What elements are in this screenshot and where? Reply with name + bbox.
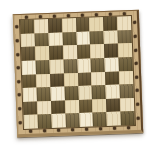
frame-pin bbox=[122, 12, 125, 15]
board-square bbox=[50, 87, 64, 101]
board-square bbox=[48, 32, 62, 46]
board-square bbox=[21, 47, 35, 61]
board-square bbox=[93, 112, 107, 126]
frame-pin bbox=[135, 76, 138, 79]
board-square bbox=[104, 44, 118, 58]
board-square bbox=[91, 72, 105, 86]
board-square bbox=[23, 115, 37, 129]
board-square bbox=[34, 19, 48, 33]
board-square bbox=[105, 71, 119, 85]
board-square bbox=[121, 111, 135, 125]
frame-pin bbox=[29, 130, 32, 133]
frame-pin bbox=[53, 15, 56, 18]
board-square bbox=[106, 98, 120, 112]
frame-pin bbox=[25, 16, 28, 19]
frame-pin bbox=[18, 94, 21, 97]
board-square bbox=[22, 74, 36, 88]
frame-pin bbox=[15, 25, 18, 28]
board-square bbox=[78, 86, 92, 100]
board-square bbox=[36, 74, 50, 88]
frame-pin bbox=[85, 128, 88, 131]
board-square bbox=[34, 33, 48, 47]
frame-pin bbox=[57, 129, 60, 132]
board-square bbox=[77, 72, 91, 86]
board-square bbox=[76, 31, 90, 45]
board-square bbox=[51, 100, 65, 114]
chess-board board-frame bbox=[13, 10, 143, 138]
board-square bbox=[48, 19, 62, 33]
board-square bbox=[119, 57, 133, 71]
board-square bbox=[64, 86, 78, 100]
frame-pin bbox=[43, 129, 46, 132]
frame-pin bbox=[135, 62, 138, 65]
board-square bbox=[21, 33, 35, 47]
board-square bbox=[49, 46, 63, 60]
board-square bbox=[36, 87, 50, 101]
frame-pin bbox=[18, 107, 21, 110]
board-square bbox=[120, 98, 134, 112]
board-square bbox=[63, 59, 77, 73]
frame-pin bbox=[16, 53, 19, 56]
board-square bbox=[105, 57, 119, 71]
frame-pin bbox=[137, 116, 140, 119]
board-square bbox=[62, 32, 76, 46]
board-square bbox=[119, 70, 133, 84]
board-square bbox=[89, 17, 103, 31]
board-square bbox=[91, 58, 105, 72]
board-square bbox=[62, 18, 76, 32]
board-square bbox=[35, 46, 49, 60]
frame-pin bbox=[134, 48, 137, 51]
board-square bbox=[92, 99, 106, 113]
board-square bbox=[77, 58, 91, 72]
frame-pin bbox=[16, 39, 19, 42]
board-square bbox=[117, 16, 131, 30]
frame-pin bbox=[136, 89, 139, 92]
frame-pin bbox=[136, 103, 139, 106]
board-square bbox=[23, 101, 37, 115]
board-square bbox=[92, 85, 106, 99]
frame-pin bbox=[99, 127, 102, 130]
board-square bbox=[35, 60, 49, 74]
frame-pin bbox=[81, 14, 84, 17]
frame-pin bbox=[134, 35, 137, 38]
frame-pin bbox=[133, 21, 136, 24]
board-square bbox=[50, 73, 64, 87]
photo-background bbox=[0, 0, 150, 150]
frame-pin bbox=[127, 126, 130, 129]
board-square bbox=[90, 31, 104, 45]
board-square bbox=[37, 114, 51, 128]
board-square bbox=[22, 60, 36, 74]
board-square bbox=[107, 112, 121, 126]
frame-pin bbox=[95, 13, 98, 16]
board-square bbox=[49, 59, 63, 73]
board-square bbox=[20, 20, 34, 34]
frame-pin bbox=[113, 127, 116, 130]
board-square bbox=[23, 88, 37, 102]
board-square bbox=[76, 45, 90, 59]
frame-pin bbox=[67, 14, 70, 17]
frame-pin bbox=[17, 80, 20, 83]
frame-pin bbox=[39, 15, 42, 18]
board-grid bbox=[20, 16, 135, 129]
frame-pin bbox=[71, 128, 74, 131]
board-square bbox=[75, 18, 89, 32]
board-square bbox=[120, 84, 134, 98]
board-square bbox=[118, 43, 132, 57]
board-square bbox=[118, 30, 132, 44]
board-square bbox=[90, 44, 104, 58]
board-square bbox=[104, 30, 118, 44]
board-square bbox=[63, 45, 77, 59]
board-square bbox=[103, 17, 117, 31]
board-square bbox=[51, 114, 65, 128]
board-square bbox=[79, 113, 93, 127]
board-square bbox=[65, 100, 79, 114]
board-square bbox=[37, 101, 51, 115]
frame-pin bbox=[19, 121, 22, 124]
frame-pin bbox=[17, 66, 20, 69]
board-square bbox=[64, 73, 78, 87]
frame-pin bbox=[108, 13, 111, 16]
board-square bbox=[65, 113, 79, 127]
board-square bbox=[78, 99, 92, 113]
board-square bbox=[106, 85, 120, 99]
